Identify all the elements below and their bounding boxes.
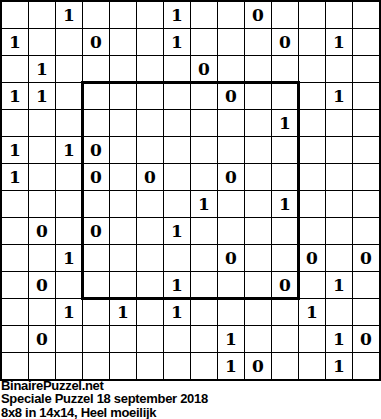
cell-r1c11[interactable] xyxy=(272,2,298,28)
cell-r2c4[interactable]: 0 xyxy=(83,29,109,55)
cell-r12c1[interactable] xyxy=(2,299,28,325)
cell-r9c10[interactable] xyxy=(245,218,271,244)
cell-r4c6[interactable] xyxy=(137,83,163,109)
cell-r12c2[interactable] xyxy=(29,299,55,325)
cell-r12c6[interactable] xyxy=(137,299,163,325)
cell-r13c4[interactable] xyxy=(83,326,109,352)
cell-r3c12[interactable] xyxy=(299,56,325,82)
cell-r4c9[interactable]: 0 xyxy=(218,83,244,109)
cell-r11c10[interactable] xyxy=(245,272,271,298)
cell-r5c9[interactable] xyxy=(218,110,244,136)
cell-r6c2[interactable] xyxy=(29,137,55,163)
cell-r11c8[interactable] xyxy=(191,272,217,298)
cell-r2c13[interactable]: 1 xyxy=(326,29,352,55)
cell-r2c9[interactable] xyxy=(218,29,244,55)
cell-r1c8[interactable] xyxy=(191,2,217,28)
cell-r4c12[interactable] xyxy=(299,83,325,109)
cell-r3c3[interactable] xyxy=(56,56,82,82)
cell-r1c9[interactable] xyxy=(218,2,244,28)
cell-r7c3[interactable] xyxy=(56,164,82,190)
cell-r7c11[interactable] xyxy=(272,164,298,190)
cell-r9c13[interactable] xyxy=(326,218,352,244)
cell-r12c7[interactable]: 1 xyxy=(164,299,190,325)
cell-r4c10[interactable] xyxy=(245,83,271,109)
cell-r8c1[interactable] xyxy=(2,191,28,217)
cell-r13c14[interactable]: 0 xyxy=(353,326,379,352)
cell-r10c4[interactable] xyxy=(83,245,109,271)
cell-r1c4[interactable] xyxy=(83,2,109,28)
cell-r10c6[interactable] xyxy=(137,245,163,271)
cell-r8c2[interactable] xyxy=(29,191,55,217)
cell-r2c5[interactable] xyxy=(110,29,136,55)
cell-r1c1[interactable] xyxy=(2,2,28,28)
cell-r2c11[interactable]: 0 xyxy=(272,29,298,55)
cell-r5c10[interactable] xyxy=(245,110,271,136)
cell-r3c1[interactable] xyxy=(2,56,28,82)
cell-r11c1[interactable] xyxy=(2,272,28,298)
cell-r14c6[interactable] xyxy=(137,353,163,379)
cell-r13c5[interactable] xyxy=(110,326,136,352)
cell-r5c3[interactable] xyxy=(56,110,82,136)
cell-r11c9[interactable] xyxy=(218,272,244,298)
cell-r11c14[interactable] xyxy=(353,272,379,298)
cell-r7c4[interactable]: 0 xyxy=(83,164,109,190)
cell-r1c2[interactable] xyxy=(29,2,55,28)
cell-r11c5[interactable] xyxy=(110,272,136,298)
cell-r10c8[interactable] xyxy=(191,245,217,271)
cell-r10c9[interactable]: 0 xyxy=(218,245,244,271)
cell-r7c13[interactable] xyxy=(326,164,352,190)
cell-r11c2[interactable]: 0 xyxy=(29,272,55,298)
cell-r1c6[interactable] xyxy=(137,2,163,28)
cell-r2c8[interactable] xyxy=(191,29,217,55)
cell-r14c13[interactable]: 1 xyxy=(326,353,352,379)
cell-r14c8[interactable] xyxy=(191,353,217,379)
cell-r8c11[interactable]: 1 xyxy=(272,191,298,217)
cell-r6c1[interactable]: 1 xyxy=(2,137,28,163)
cell-r8c3[interactable] xyxy=(56,191,82,217)
cell-r5c4[interactable] xyxy=(83,110,109,136)
cell-r12c14[interactable] xyxy=(353,299,379,325)
cell-r13c7[interactable] xyxy=(164,326,190,352)
cell-r9c8[interactable] xyxy=(191,218,217,244)
cell-r10c3[interactable]: 1 xyxy=(56,245,82,271)
cell-r8c12[interactable] xyxy=(299,191,325,217)
cell-r9c12[interactable] xyxy=(299,218,325,244)
cell-r8c9[interactable] xyxy=(218,191,244,217)
cell-r14c10[interactable]: 0 xyxy=(245,353,271,379)
cell-r8c5[interactable] xyxy=(110,191,136,217)
cell-r3c14[interactable] xyxy=(353,56,379,82)
cell-r3c11[interactable] xyxy=(272,56,298,82)
cell-r11c11[interactable]: 0 xyxy=(272,272,298,298)
cell-r7c1[interactable]: 1 xyxy=(2,164,28,190)
cell-r2c12[interactable] xyxy=(299,29,325,55)
cell-r12c9[interactable] xyxy=(218,299,244,325)
cell-r14c9[interactable]: 1 xyxy=(218,353,244,379)
cell-r9c9[interactable] xyxy=(218,218,244,244)
cell-r5c5[interactable] xyxy=(110,110,136,136)
cell-r3c10[interactable] xyxy=(245,56,271,82)
cell-r6c3[interactable]: 1 xyxy=(56,137,82,163)
cell-r11c7[interactable]: 1 xyxy=(164,272,190,298)
cell-r1c14[interactable] xyxy=(353,2,379,28)
cell-r10c11[interactable] xyxy=(272,245,298,271)
cell-r3c6[interactable] xyxy=(137,56,163,82)
cell-r10c7[interactable] xyxy=(164,245,190,271)
cell-r4c2[interactable]: 1 xyxy=(29,83,55,109)
cell-r9c4[interactable]: 0 xyxy=(83,218,109,244)
cell-r5c13[interactable] xyxy=(326,110,352,136)
cell-r13c13[interactable]: 1 xyxy=(326,326,352,352)
cell-r6c11[interactable] xyxy=(272,137,298,163)
cell-r10c5[interactable] xyxy=(110,245,136,271)
cell-r14c4[interactable] xyxy=(83,353,109,379)
cell-r2c1[interactable]: 1 xyxy=(2,29,28,55)
cell-r1c12[interactable] xyxy=(299,2,325,28)
cell-r8c8[interactable]: 1 xyxy=(191,191,217,217)
cell-r11c13[interactable]: 1 xyxy=(326,272,352,298)
cell-r9c7[interactable]: 1 xyxy=(164,218,190,244)
cell-r13c11[interactable] xyxy=(272,326,298,352)
cell-r6c13[interactable] xyxy=(326,137,352,163)
cell-r6c8[interactable] xyxy=(191,137,217,163)
cell-r10c10[interactable] xyxy=(245,245,271,271)
cell-r14c1[interactable] xyxy=(2,353,28,379)
cell-r13c1[interactable] xyxy=(2,326,28,352)
cell-r2c2[interactable] xyxy=(29,29,55,55)
cell-r11c4[interactable] xyxy=(83,272,109,298)
cell-r8c7[interactable] xyxy=(164,191,190,217)
cell-r14c2[interactable] xyxy=(29,353,55,379)
cell-r6c5[interactable] xyxy=(110,137,136,163)
cell-r10c13[interactable] xyxy=(326,245,352,271)
cell-r4c11[interactable] xyxy=(272,83,298,109)
cell-r8c14[interactable] xyxy=(353,191,379,217)
cell-r7c12[interactable] xyxy=(299,164,325,190)
cell-r5c8[interactable] xyxy=(191,110,217,136)
cell-r4c13[interactable]: 1 xyxy=(326,83,352,109)
cell-r10c14[interactable]: 0 xyxy=(353,245,379,271)
cell-r9c3[interactable] xyxy=(56,218,82,244)
cell-r12c4[interactable] xyxy=(83,299,109,325)
cell-r11c3[interactable] xyxy=(56,272,82,298)
cell-r12c11[interactable] xyxy=(272,299,298,325)
cell-r12c3[interactable]: 1 xyxy=(56,299,82,325)
cell-r5c2[interactable] xyxy=(29,110,55,136)
cell-r1c10[interactable]: 0 xyxy=(245,2,271,28)
cell-r7c8[interactable] xyxy=(191,164,217,190)
cell-r12c13[interactable] xyxy=(326,299,352,325)
cell-r12c10[interactable] xyxy=(245,299,271,325)
cell-r8c10[interactable] xyxy=(245,191,271,217)
footer-subtitle: Speciale Puzzel 18 september 2018 xyxy=(1,392,380,405)
cell-r13c8[interactable] xyxy=(191,326,217,352)
cell-r13c3[interactable] xyxy=(56,326,82,352)
cell-r1c5[interactable] xyxy=(110,2,136,28)
cell-r11c6[interactable] xyxy=(137,272,163,298)
cell-r9c1[interactable] xyxy=(2,218,28,244)
footer: BinairePuzzel.net Speciale Puzzel 18 sep… xyxy=(1,379,380,419)
cell-r3c4[interactable] xyxy=(83,56,109,82)
cell-r3c8[interactable]: 0 xyxy=(191,56,217,82)
cell-r5c11[interactable]: 1 xyxy=(272,110,298,136)
cell-r5c12[interactable] xyxy=(299,110,325,136)
cell-r10c2[interactable] xyxy=(29,245,55,271)
board-wrap: 1101010110110111101000110011000010111110… xyxy=(0,0,381,381)
cell-r13c2[interactable]: 0 xyxy=(29,326,55,352)
cell-r6c12[interactable] xyxy=(299,137,325,163)
cell-r2c6[interactable] xyxy=(137,29,163,55)
cell-r6c10[interactable] xyxy=(245,137,271,163)
cell-r2c10[interactable] xyxy=(245,29,271,55)
cell-r7c2[interactable] xyxy=(29,164,55,190)
cell-r7c14[interactable] xyxy=(353,164,379,190)
cell-r7c10[interactable] xyxy=(245,164,271,190)
footer-info: 8x8 in 14x14, Heel moeilijk xyxy=(1,406,380,419)
cell-r4c1[interactable]: 1 xyxy=(2,83,28,109)
cell-r14c11[interactable] xyxy=(272,353,298,379)
cell-r5c6[interactable] xyxy=(137,110,163,136)
cell-r7c7[interactable] xyxy=(164,164,190,190)
cell-r14c12[interactable] xyxy=(299,353,325,379)
cell-r3c13[interactable] xyxy=(326,56,352,82)
cell-r13c9[interactable]: 1 xyxy=(218,326,244,352)
cell-r6c7[interactable] xyxy=(164,137,190,163)
cell-r7c9[interactable]: 0 xyxy=(218,164,244,190)
footer-site: BinairePuzzel.net xyxy=(1,379,380,392)
cell-r8c13[interactable] xyxy=(326,191,352,217)
cell-r7c5[interactable] xyxy=(110,164,136,190)
cell-r4c5[interactable] xyxy=(110,83,136,109)
cell-r11c12[interactable] xyxy=(299,272,325,298)
cell-r1c13[interactable] xyxy=(326,2,352,28)
board: 1101010110110111101000110011000010111110… xyxy=(0,0,381,381)
cell-r6c9[interactable] xyxy=(218,137,244,163)
cell-r8c6[interactable] xyxy=(137,191,163,217)
cell-r14c5[interactable] xyxy=(110,353,136,379)
cell-r10c1[interactable] xyxy=(2,245,28,271)
cell-r9c11[interactable] xyxy=(272,218,298,244)
cell-r4c7[interactable] xyxy=(164,83,190,109)
cell-r6c6[interactable] xyxy=(137,137,163,163)
cell-r1c7[interactable]: 1 xyxy=(164,2,190,28)
cell-r3c7[interactable] xyxy=(164,56,190,82)
cell-r9c2[interactable]: 0 xyxy=(29,218,55,244)
cell-r12c5[interactable]: 1 xyxy=(110,299,136,325)
cell-r13c12[interactable] xyxy=(299,326,325,352)
cell-r1c3[interactable]: 1 xyxy=(56,2,82,28)
cell-r2c14[interactable] xyxy=(353,29,379,55)
cell-r5c1[interactable] xyxy=(2,110,28,136)
cell-r3c5[interactable] xyxy=(110,56,136,82)
cell-r6c4[interactable]: 0 xyxy=(83,137,109,163)
cell-r7c6[interactable]: 0 xyxy=(137,164,163,190)
cell-r2c3[interactable] xyxy=(56,29,82,55)
cell-r8c4[interactable] xyxy=(83,191,109,217)
cell-r3c2[interactable]: 1 xyxy=(29,56,55,82)
cell-r4c8[interactable] xyxy=(191,83,217,109)
cell-r9c6[interactable] xyxy=(137,218,163,244)
page: 1101010110110111101000110011000010111110… xyxy=(0,0,381,419)
cell-r14c7[interactable] xyxy=(164,353,190,379)
cell-r3c9[interactable] xyxy=(218,56,244,82)
cell-r13c6[interactable] xyxy=(137,326,163,352)
cell-r5c14[interactable] xyxy=(353,110,379,136)
cell-r14c3[interactable] xyxy=(56,353,82,379)
cell-r2c7[interactable]: 1 xyxy=(164,29,190,55)
cell-r9c5[interactable] xyxy=(110,218,136,244)
cell-r12c8[interactable] xyxy=(191,299,217,325)
cell-r4c4[interactable] xyxy=(83,83,109,109)
cell-r6c14[interactable] xyxy=(353,137,379,163)
cell-r4c14[interactable] xyxy=(353,83,379,109)
cell-r10c12[interactable]: 0 xyxy=(299,245,325,271)
cell-r5c7[interactable] xyxy=(164,110,190,136)
cell-r12c12[interactable]: 1 xyxy=(299,299,325,325)
cell-r13c10[interactable] xyxy=(245,326,271,352)
cell-r9c14[interactable] xyxy=(353,218,379,244)
cell-r14c14[interactable] xyxy=(353,353,379,379)
cell-r4c3[interactable] xyxy=(56,83,82,109)
